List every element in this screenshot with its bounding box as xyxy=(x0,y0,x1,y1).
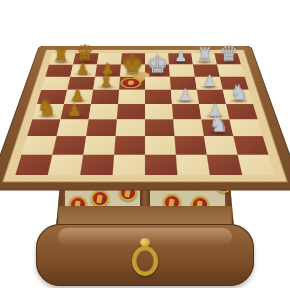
square-e1 xyxy=(145,155,177,175)
square-b2 xyxy=(52,136,86,154)
square-a2 xyxy=(22,136,57,154)
silver-queen: ♛ xyxy=(217,43,241,64)
square-f5: ♟ xyxy=(171,90,199,104)
square-e3 xyxy=(145,119,174,136)
silver-knight: ♞ xyxy=(226,82,253,103)
square-e6 xyxy=(145,77,171,90)
square-c2 xyxy=(83,136,115,154)
square-b1 xyxy=(48,155,84,175)
square-f1 xyxy=(176,155,210,175)
gold-bishop: ♝ xyxy=(93,70,119,89)
square-a3 xyxy=(27,119,60,136)
board-scene: ♜♛♟♜♛♟♟♚♚♝♟♟♟♞♞♟♟♞ xyxy=(18,0,272,231)
square-c4 xyxy=(89,104,118,119)
square-g1 xyxy=(207,155,243,175)
square-c5 xyxy=(91,90,119,104)
silver-rook: ♜ xyxy=(193,46,217,65)
square-d1 xyxy=(113,155,145,175)
fallen-piece xyxy=(119,77,145,90)
square-g2 xyxy=(204,136,238,154)
square-g8: ♜ xyxy=(191,53,217,64)
chessboard: ♜♛♟♜♛♟♟♚♚♝♟♟♟♞♞♟♟♞ xyxy=(0,46,290,191)
board-maple-border: ♜♛♟♜♛♟♟♚♚♝♟♟♟♞♞♟♟♞ xyxy=(2,50,288,182)
silver-knight: ♞ xyxy=(204,113,233,136)
square-g6: ♟ xyxy=(195,77,223,90)
square-d3 xyxy=(116,119,145,136)
square-a1 xyxy=(15,155,52,175)
square-a7 xyxy=(45,65,73,77)
square-f8: ♟ xyxy=(168,53,193,64)
square-e5 xyxy=(145,90,172,104)
chess-set-photo: ♞ ♞ ♜♛♟♜♛♟♟♚♚♝♟♟♟♞♞♟♟♞ xyxy=(0,0,290,288)
square-e4 xyxy=(145,104,173,119)
square-h8: ♛ xyxy=(214,53,241,64)
square-h2 xyxy=(233,136,268,154)
board-grid: ♜♛♟♜♛♟♟♚♚♝♟♟♟♞♞♟♟♞ xyxy=(15,53,274,175)
silver-pawn: ♟ xyxy=(172,87,199,103)
square-c1 xyxy=(80,155,114,175)
gold-knight: ♞ xyxy=(32,97,60,119)
silver-pawn: ♟ xyxy=(169,50,193,64)
square-b3 xyxy=(57,119,89,136)
drawer-front xyxy=(36,224,254,286)
square-g3: ♞ xyxy=(201,119,233,136)
square-c3 xyxy=(86,119,117,136)
square-b4: ♟ xyxy=(60,104,91,119)
silver-pawn: ♟ xyxy=(197,74,223,89)
square-a4: ♞ xyxy=(32,104,64,119)
drawer-ring-pull xyxy=(132,246,158,276)
square-f2 xyxy=(174,136,206,154)
gold-pawn: ♟ xyxy=(70,62,95,77)
square-f3 xyxy=(173,119,204,136)
square-f7 xyxy=(169,65,195,77)
gold-pawn: ♟ xyxy=(61,102,89,119)
square-h3 xyxy=(230,119,263,136)
square-h1 xyxy=(238,155,275,175)
square-d4 xyxy=(117,104,145,119)
square-d5 xyxy=(118,90,145,104)
square-c6: ♝ xyxy=(93,77,120,90)
square-f4 xyxy=(172,104,201,119)
square-e2 xyxy=(145,136,176,154)
board-frame: ♜♛♟♜♛♟♟♚♚♝♟♟♟♞♞♟♟♞ xyxy=(0,46,290,191)
square-d2 xyxy=(114,136,145,154)
square-d6 xyxy=(119,77,145,90)
